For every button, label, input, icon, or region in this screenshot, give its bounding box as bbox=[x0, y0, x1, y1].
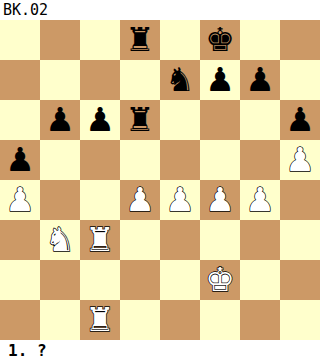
square-f3[interactable] bbox=[200, 220, 240, 260]
white-knight: ♞ bbox=[45, 220, 75, 260]
square-b5[interactable] bbox=[40, 140, 80, 180]
square-f2[interactable]: ♚ bbox=[200, 260, 240, 300]
square-g6[interactable] bbox=[240, 100, 280, 140]
square-h8[interactable] bbox=[280, 20, 320, 60]
square-a5[interactable]: ♟ bbox=[0, 140, 40, 180]
square-a7[interactable] bbox=[0, 60, 40, 100]
square-f5[interactable] bbox=[200, 140, 240, 180]
black-rook: ♜ bbox=[125, 20, 155, 60]
square-d8[interactable]: ♜ bbox=[120, 20, 160, 60]
square-f8[interactable]: ♚ bbox=[200, 20, 240, 60]
square-d5[interactable] bbox=[120, 140, 160, 180]
black-pawn: ♟ bbox=[245, 60, 275, 100]
square-f1[interactable] bbox=[200, 300, 240, 340]
square-b8[interactable] bbox=[40, 20, 80, 60]
square-h1[interactable] bbox=[280, 300, 320, 340]
black-knight: ♞ bbox=[165, 60, 195, 100]
square-f7[interactable]: ♟ bbox=[200, 60, 240, 100]
move-prompt: 1. ? bbox=[0, 341, 47, 360]
square-g8[interactable] bbox=[240, 20, 280, 60]
black-rook: ♜ bbox=[125, 100, 155, 140]
square-g1[interactable] bbox=[240, 300, 280, 340]
square-d2[interactable] bbox=[120, 260, 160, 300]
white-rook: ♜ bbox=[85, 220, 115, 260]
black-pawn: ♟ bbox=[285, 100, 315, 140]
black-pawn: ♟ bbox=[85, 100, 115, 140]
white-pawn: ♟ bbox=[205, 180, 235, 220]
black-king: ♚ bbox=[205, 20, 235, 60]
white-pawn: ♟ bbox=[125, 180, 155, 220]
square-c7[interactable] bbox=[80, 60, 120, 100]
black-pawn: ♟ bbox=[205, 60, 235, 100]
square-e7[interactable]: ♞ bbox=[160, 60, 200, 100]
square-a2[interactable] bbox=[0, 260, 40, 300]
square-e6[interactable] bbox=[160, 100, 200, 140]
square-d1[interactable] bbox=[120, 300, 160, 340]
square-e5[interactable] bbox=[160, 140, 200, 180]
white-pawn: ♟ bbox=[285, 140, 315, 180]
white-king: ♚ bbox=[205, 260, 235, 300]
square-h7[interactable] bbox=[280, 60, 320, 100]
diagram-footer: 1. ? bbox=[0, 340, 320, 360]
square-a4[interactable]: ♟ bbox=[0, 180, 40, 220]
square-e3[interactable] bbox=[160, 220, 200, 260]
square-g3[interactable] bbox=[240, 220, 280, 260]
square-h2[interactable] bbox=[280, 260, 320, 300]
square-b1[interactable] bbox=[40, 300, 80, 340]
square-g2[interactable] bbox=[240, 260, 280, 300]
square-g7[interactable]: ♟ bbox=[240, 60, 280, 100]
square-h5[interactable]: ♟ bbox=[280, 140, 320, 180]
white-rook: ♜ bbox=[85, 300, 115, 340]
square-c4[interactable] bbox=[80, 180, 120, 220]
square-c6[interactable]: ♟ bbox=[80, 100, 120, 140]
square-c8[interactable] bbox=[80, 20, 120, 60]
square-d3[interactable] bbox=[120, 220, 160, 260]
diagram-header: BK.02 bbox=[0, 0, 320, 20]
chess-diagram: BK.02 ♜♚♞♟♟♟♟♜♟♟♟♟♟♟♟♟♞♜♚♜ 1. ? bbox=[0, 0, 320, 360]
square-b3[interactable]: ♞ bbox=[40, 220, 80, 260]
white-pawn: ♟ bbox=[165, 180, 195, 220]
square-b2[interactable] bbox=[40, 260, 80, 300]
chess-board: ♜♚♞♟♟♟♟♜♟♟♟♟♟♟♟♟♞♜♚♜ bbox=[0, 20, 320, 340]
square-a6[interactable] bbox=[0, 100, 40, 140]
black-pawn: ♟ bbox=[5, 140, 35, 180]
square-e1[interactable] bbox=[160, 300, 200, 340]
white-pawn: ♟ bbox=[245, 180, 275, 220]
square-c2[interactable] bbox=[80, 260, 120, 300]
square-a3[interactable] bbox=[0, 220, 40, 260]
square-a8[interactable] bbox=[0, 20, 40, 60]
square-e8[interactable] bbox=[160, 20, 200, 60]
square-c5[interactable] bbox=[80, 140, 120, 180]
square-g5[interactable] bbox=[240, 140, 280, 180]
square-f4[interactable]: ♟ bbox=[200, 180, 240, 220]
square-d4[interactable]: ♟ bbox=[120, 180, 160, 220]
square-a1[interactable] bbox=[0, 300, 40, 340]
square-e2[interactable] bbox=[160, 260, 200, 300]
diagram-label: BK.02 bbox=[0, 1, 48, 19]
square-b6[interactable]: ♟ bbox=[40, 100, 80, 140]
black-pawn: ♟ bbox=[45, 100, 75, 140]
square-e4[interactable]: ♟ bbox=[160, 180, 200, 220]
square-h4[interactable] bbox=[280, 180, 320, 220]
square-c3[interactable]: ♜ bbox=[80, 220, 120, 260]
square-c1[interactable]: ♜ bbox=[80, 300, 120, 340]
square-b4[interactable] bbox=[40, 180, 80, 220]
white-pawn: ♟ bbox=[5, 180, 35, 220]
square-h6[interactable]: ♟ bbox=[280, 100, 320, 140]
square-b7[interactable] bbox=[40, 60, 80, 100]
square-d6[interactable]: ♜ bbox=[120, 100, 160, 140]
square-g4[interactable]: ♟ bbox=[240, 180, 280, 220]
square-f6[interactable] bbox=[200, 100, 240, 140]
square-d7[interactable] bbox=[120, 60, 160, 100]
square-h3[interactable] bbox=[280, 220, 320, 260]
